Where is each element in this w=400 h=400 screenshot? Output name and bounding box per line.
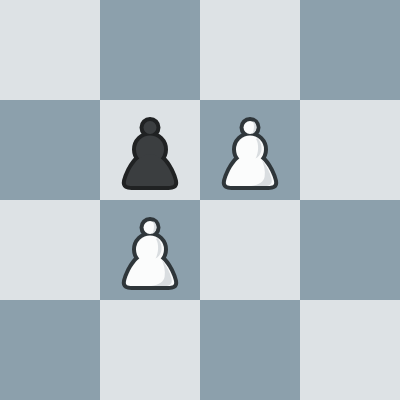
square-r2c0-light[interactable] <box>0 200 100 300</box>
square-r2c2-light[interactable] <box>200 200 300 300</box>
square-r0c3-dark[interactable] <box>300 0 400 100</box>
square-r1c3-light[interactable] <box>300 100 400 200</box>
square-r1c1-light[interactable] <box>100 100 200 200</box>
square-r3c1-light[interactable] <box>100 300 200 400</box>
white-pawn[interactable] <box>200 100 300 200</box>
square-r0c1-dark[interactable] <box>100 0 200 100</box>
white-pawn[interactable] <box>100 200 200 300</box>
square-r0c0-light[interactable] <box>0 0 100 100</box>
chess-board <box>0 0 400 400</box>
square-r1c2-dark[interactable] <box>200 100 300 200</box>
square-r3c0-dark[interactable] <box>0 300 100 400</box>
square-r3c3-light[interactable] <box>300 300 400 400</box>
square-r1c0-dark[interactable] <box>0 100 100 200</box>
square-r3c2-dark[interactable] <box>200 300 300 400</box>
square-r2c3-dark[interactable] <box>300 200 400 300</box>
black-pawn[interactable] <box>100 100 200 200</box>
square-r2c1-dark[interactable] <box>100 200 200 300</box>
square-r0c2-light[interactable] <box>200 0 300 100</box>
